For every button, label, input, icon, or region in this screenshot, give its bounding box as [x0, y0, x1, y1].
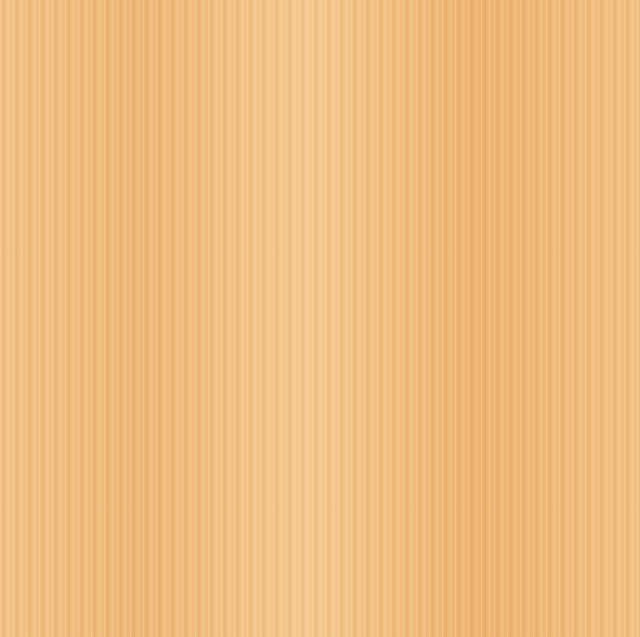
go-board[interactable]	[0, 0, 640, 637]
stone-grid	[13, 7, 627, 619]
